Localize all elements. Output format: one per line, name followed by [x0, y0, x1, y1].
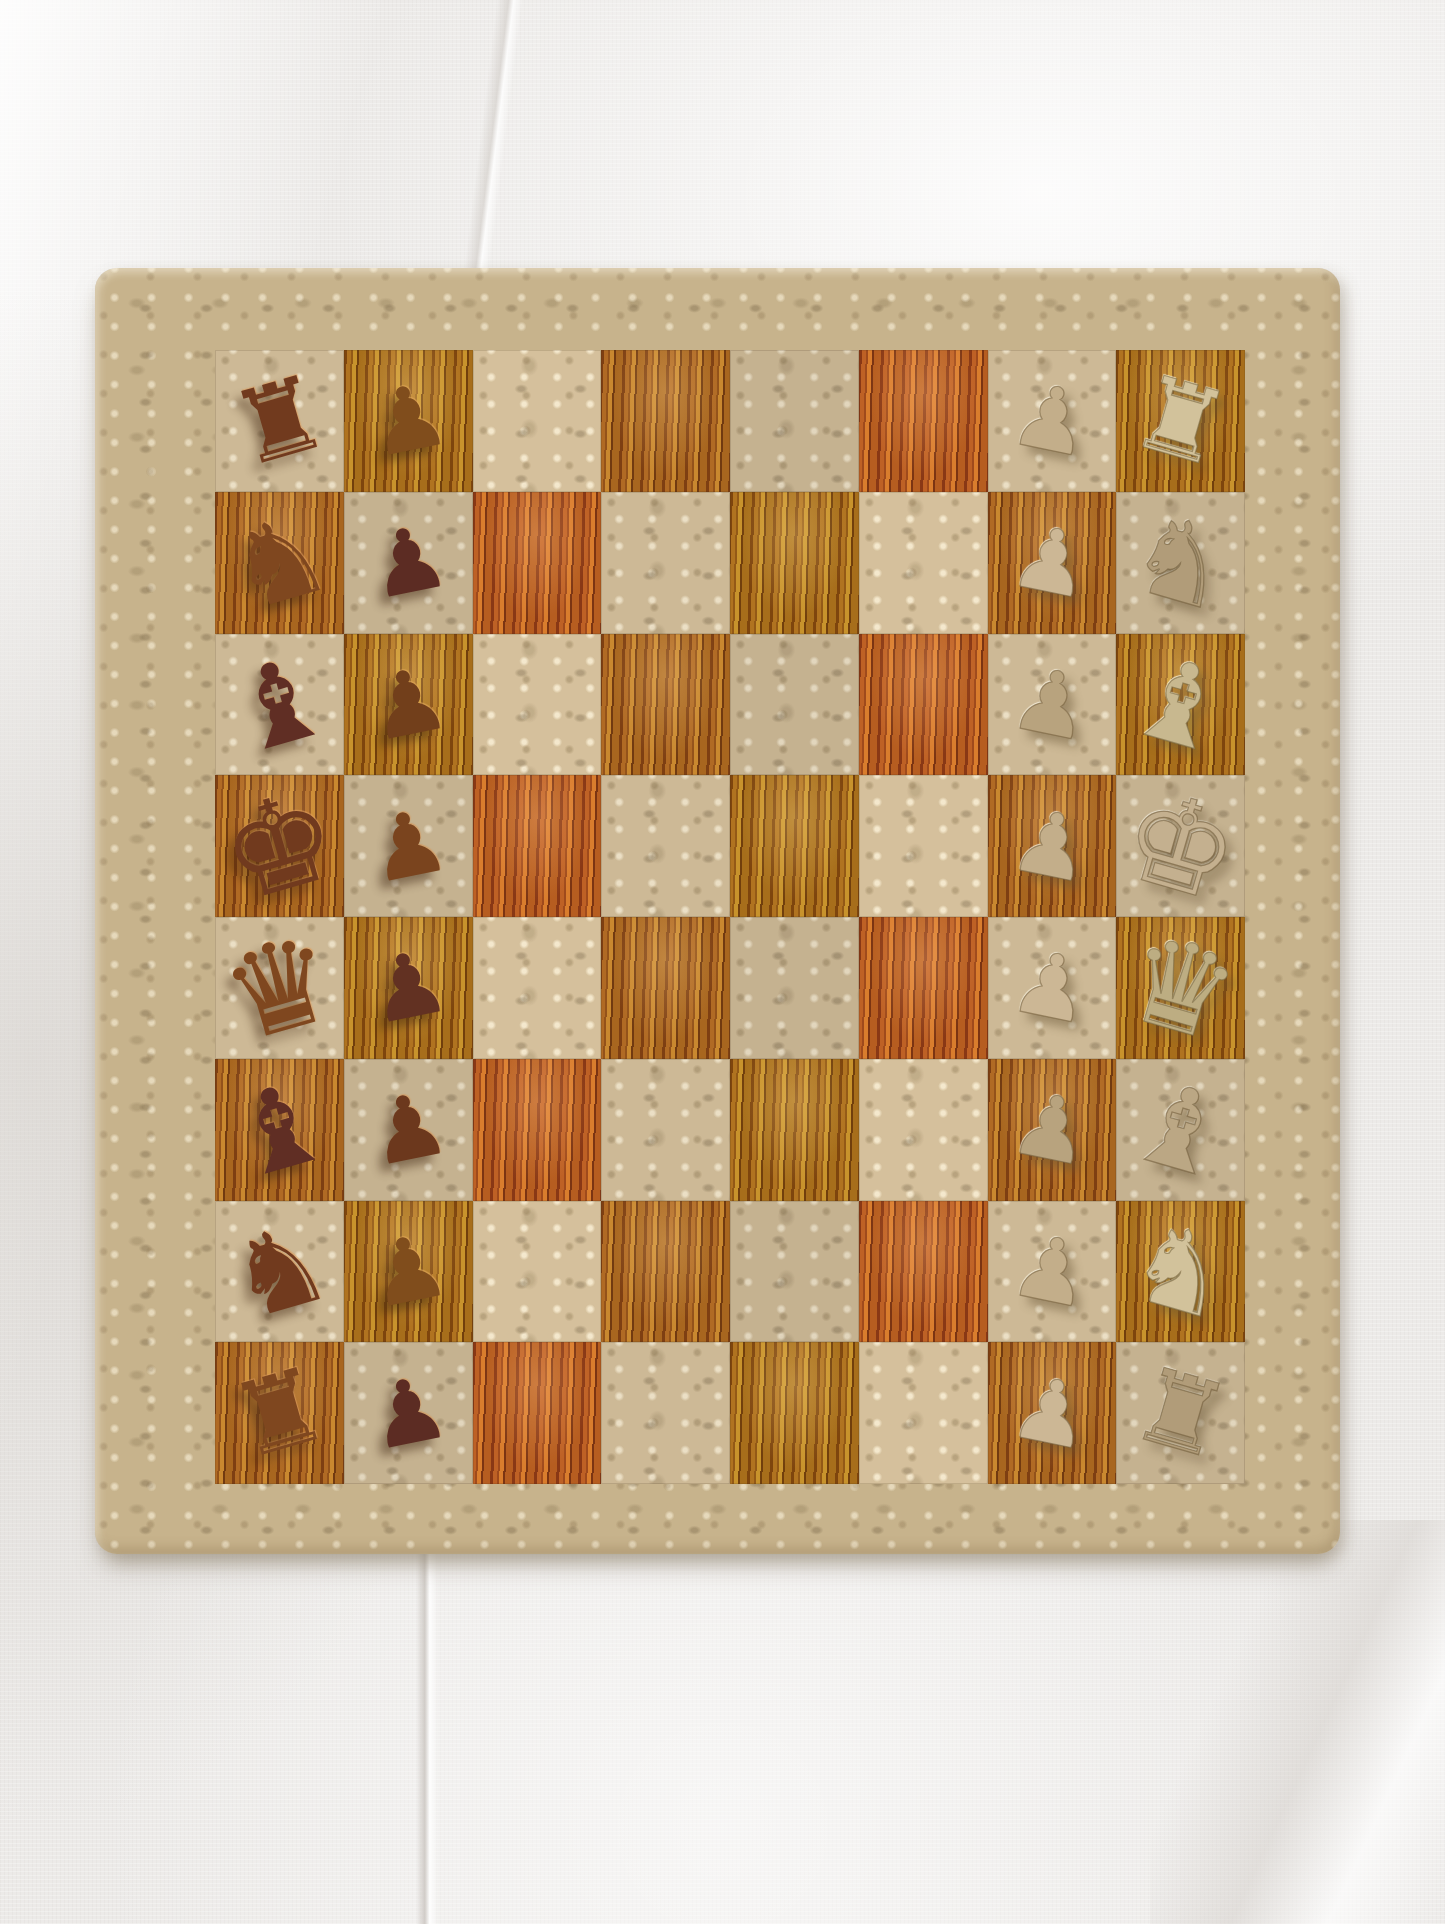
- square-r4-c7[interactable]: ♟: [988, 775, 1117, 917]
- square-r3-c4[interactable]: [601, 634, 730, 776]
- square-r1-c6[interactable]: [859, 350, 988, 492]
- square-r5-c7[interactable]: ♟: [988, 917, 1117, 1059]
- square-r6-c8[interactable]: ♝: [1116, 1059, 1245, 1201]
- square-r2-c4[interactable]: [601, 492, 730, 634]
- piece-dark-pawn[interactable]: ♟: [361, 515, 454, 610]
- square-r3-c7[interactable]: ♟: [988, 634, 1117, 776]
- square-r1-c2[interactable]: ♟: [344, 350, 473, 492]
- square-r4-c2[interactable]: ♟: [344, 775, 473, 917]
- piece-dark-rook[interactable]: ♜: [222, 363, 336, 479]
- square-r8-c8[interactable]: ♜: [1116, 1342, 1245, 1484]
- square-r3-c1[interactable]: ♝: [215, 634, 344, 776]
- square-r6-c7[interactable]: ♟: [988, 1059, 1117, 1201]
- piece-dark-pawn[interactable]: ♟: [361, 1082, 454, 1177]
- square-r8-c3[interactable]: [473, 1342, 602, 1484]
- piece-dark-pawn[interactable]: ♟: [361, 1366, 454, 1461]
- piece-light-pawn[interactable]: ♟: [1005, 657, 1098, 752]
- square-r7-c1[interactable]: ♞: [215, 1201, 344, 1343]
- square-r2-c5[interactable]: [730, 492, 859, 634]
- square-r1-c4[interactable]: [601, 350, 730, 492]
- square-r2-c2[interactable]: ♟: [344, 492, 473, 634]
- square-r7-c2[interactable]: ♟: [344, 1201, 473, 1343]
- square-r8-c2[interactable]: ♟: [344, 1342, 473, 1484]
- square-r1-c8[interactable]: ♜: [1116, 350, 1245, 492]
- square-r5-c4[interactable]: [601, 917, 730, 1059]
- piece-light-pawn[interactable]: ♟: [1005, 1224, 1098, 1319]
- square-r8-c7[interactable]: ♟: [988, 1342, 1117, 1484]
- piece-dark-knight[interactable]: ♞: [218, 1209, 341, 1334]
- tablecloth-background: ♜♟♟♜♞♟♟♞♝♟♟♝♚♟♟♚♛♟♟♛♝♟♟♝♞♟♟♞♜♟♟♜: [0, 0, 1445, 1924]
- piece-dark-pawn[interactable]: ♟: [361, 657, 454, 752]
- square-r6-c2[interactable]: ♟: [344, 1059, 473, 1201]
- piece-light-knight[interactable]: ♞: [1119, 1209, 1242, 1334]
- piece-light-pawn[interactable]: ♟: [1005, 373, 1098, 468]
- tablecloth-crease-bottom: [416, 1548, 438, 1924]
- square-r5-c1[interactable]: ♛: [215, 917, 344, 1059]
- piece-dark-pawn[interactable]: ♟: [361, 799, 454, 894]
- square-r1-c1[interactable]: ♜: [215, 350, 344, 492]
- square-r2-c1[interactable]: ♞: [215, 492, 344, 634]
- piece-light-pawn[interactable]: ♟: [1005, 1082, 1098, 1177]
- square-r4-c8[interactable]: ♚: [1116, 775, 1245, 917]
- square-r2-c3[interactable]: [473, 492, 602, 634]
- piece-light-pawn[interactable]: ♟: [1005, 515, 1098, 610]
- square-r3-c5[interactable]: [730, 634, 859, 776]
- square-r7-c6[interactable]: [859, 1201, 988, 1343]
- piece-light-pawn[interactable]: ♟: [1005, 799, 1098, 894]
- square-r4-c6[interactable]: [859, 775, 988, 917]
- piece-dark-knight[interactable]: ♞: [218, 500, 341, 625]
- square-r8-c5[interactable]: [730, 1342, 859, 1484]
- square-r8-c6[interactable]: [859, 1342, 988, 1484]
- piece-dark-rook[interactable]: ♜: [222, 1355, 336, 1471]
- square-r6-c1[interactable]: ♝: [215, 1059, 344, 1201]
- piece-light-queen[interactable]: ♛: [1113, 919, 1249, 1057]
- square-r3-c8[interactable]: ♝: [1116, 634, 1245, 776]
- square-r7-c5[interactable]: [730, 1201, 859, 1343]
- piece-dark-bishop[interactable]: ♝: [217, 641, 342, 768]
- tablecloth-crease-top: [463, 0, 523, 275]
- square-r3-c2[interactable]: ♟: [344, 634, 473, 776]
- square-r6-c5[interactable]: [730, 1059, 859, 1201]
- square-r6-c6[interactable]: [859, 1059, 988, 1201]
- piece-light-bishop[interactable]: ♝: [1118, 641, 1243, 768]
- square-r5-c2[interactable]: ♟: [344, 917, 473, 1059]
- square-r1-c7[interactable]: ♟: [988, 350, 1117, 492]
- square-r4-c3[interactable]: [473, 775, 602, 917]
- piece-dark-pawn[interactable]: ♟: [361, 940, 454, 1035]
- piece-light-rook[interactable]: ♜: [1124, 363, 1238, 479]
- piece-light-knight[interactable]: ♞: [1119, 500, 1242, 625]
- square-r8-c1[interactable]: ♜: [215, 1342, 344, 1484]
- square-r6-c4[interactable]: [601, 1059, 730, 1201]
- square-r7-c7[interactable]: ♟: [988, 1201, 1117, 1343]
- piece-light-king[interactable]: ♚: [1110, 775, 1251, 918]
- square-r2-c8[interactable]: ♞: [1116, 492, 1245, 634]
- square-r5-c8[interactable]: ♛: [1116, 917, 1245, 1059]
- piece-light-bishop[interactable]: ♝: [1118, 1066, 1243, 1193]
- square-r1-c3[interactable]: [473, 350, 602, 492]
- square-r7-c8[interactable]: ♞: [1116, 1201, 1245, 1343]
- piece-light-pawn[interactable]: ♟: [1005, 940, 1098, 1035]
- square-r7-c3[interactable]: [473, 1201, 602, 1343]
- piece-dark-pawn[interactable]: ♟: [361, 373, 454, 468]
- tablecloth-crease-right: [1150, 1520, 1445, 1924]
- piece-light-rook[interactable]: ♜: [1124, 1355, 1238, 1471]
- square-r6-c3[interactable]: [473, 1059, 602, 1201]
- square-r4-c1[interactable]: ♚: [215, 775, 344, 917]
- square-r5-c5[interactable]: [730, 917, 859, 1059]
- square-r3-c6[interactable]: [859, 634, 988, 776]
- square-r2-c6[interactable]: [859, 492, 988, 634]
- square-r5-c6[interactable]: [859, 917, 988, 1059]
- square-r3-c3[interactable]: [473, 634, 602, 776]
- square-r5-c3[interactable]: [473, 917, 602, 1059]
- square-r8-c4[interactable]: [601, 1342, 730, 1484]
- piece-dark-bishop[interactable]: ♝: [217, 1066, 342, 1193]
- square-r4-c5[interactable]: [730, 775, 859, 917]
- piece-dark-pawn[interactable]: ♟: [361, 1224, 454, 1319]
- piece-dark-king[interactable]: ♚: [209, 775, 350, 918]
- chess-board: ♜♟♟♜♞♟♟♞♝♟♟♝♚♟♟♚♛♟♟♛♝♟♟♝♞♟♟♞♜♟♟♜: [95, 268, 1340, 1554]
- square-r4-c4[interactable]: [601, 775, 730, 917]
- square-r1-c5[interactable]: [730, 350, 859, 492]
- piece-dark-queen[interactable]: ♛: [211, 919, 347, 1057]
- square-r2-c7[interactable]: ♟: [988, 492, 1117, 634]
- piece-light-pawn[interactable]: ♟: [1005, 1366, 1098, 1461]
- square-r7-c4[interactable]: [601, 1201, 730, 1343]
